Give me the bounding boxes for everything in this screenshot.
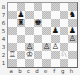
white-pawn: ♙ (26, 43, 33, 51)
square-b8[interactable] (17, 3, 26, 11)
white-pawn: ♙ (52, 43, 59, 51)
square-f7[interactable] (51, 11, 60, 19)
square-c5[interactable] (25, 27, 34, 35)
rank-label-4: 4 (0, 35, 7, 43)
square-h7[interactable]: ♞ (68, 11, 77, 19)
white-pawn: ♙ (43, 43, 50, 51)
file-label-b: b (16, 68, 25, 75)
black-knight: ♞ (69, 11, 76, 19)
square-b3[interactable] (17, 43, 26, 51)
square-f4[interactable] (51, 35, 60, 43)
square-c4[interactable] (25, 35, 34, 43)
square-a7[interactable] (8, 11, 17, 19)
rank-label-7: 7 (0, 11, 7, 19)
white-pawn: ♙ (69, 35, 76, 43)
square-g6[interactable] (60, 19, 69, 27)
square-d3[interactable] (34, 43, 43, 51)
square-c6[interactable] (25, 19, 34, 27)
square-f1[interactable] (51, 59, 60, 67)
square-b1[interactable] (17, 59, 26, 67)
rank-label-3: 3 (0, 43, 7, 51)
square-b7[interactable]: ♟ (17, 11, 26, 19)
square-c3[interactable]: ♙ (25, 43, 34, 51)
square-e5[interactable] (42, 27, 51, 35)
white-knight: ♘ (60, 51, 67, 59)
square-d1[interactable] (34, 59, 43, 67)
square-f8[interactable] (51, 3, 60, 11)
file-label-h: h (67, 68, 76, 75)
square-c2[interactable]: ♔ (25, 51, 34, 59)
square-g2[interactable]: ♘ (60, 51, 69, 59)
square-d4[interactable] (34, 35, 43, 43)
square-b6[interactable]: ♜ (17, 19, 26, 27)
file-labels: abcdefgh (7, 68, 77, 75)
square-d2[interactable] (34, 51, 43, 59)
square-f5[interactable]: ♟ (51, 27, 60, 35)
square-a6[interactable] (8, 19, 17, 27)
square-f6[interactable] (51, 19, 60, 27)
square-h6[interactable] (68, 19, 77, 27)
square-g7[interactable] (60, 11, 69, 19)
square-c8[interactable] (25, 3, 34, 11)
square-a1[interactable] (8, 59, 17, 67)
chess-diagram: 87654321 ♟♞♜♚♟♟♙♙♙♙♖♔♘ abcdefgh (0, 0, 80, 75)
square-a4[interactable] (8, 35, 17, 43)
square-e2[interactable] (42, 51, 51, 59)
square-e6[interactable] (42, 19, 51, 27)
chess-board: ♟♞♜♚♟♟♙♙♙♙♖♔♘ (7, 2, 78, 68)
square-g8[interactable] (60, 3, 69, 11)
white-rook: ♖ (9, 51, 16, 59)
square-h8[interactable] (68, 3, 77, 11)
square-g3[interactable] (60, 43, 69, 51)
square-a3[interactable] (8, 43, 17, 51)
rank-label-1: 1 (0, 59, 7, 67)
file-label-c: c (24, 68, 33, 75)
square-f2[interactable] (51, 51, 60, 59)
file-label-d: d (33, 68, 42, 75)
square-h2[interactable] (68, 51, 77, 59)
square-b2[interactable] (17, 51, 26, 59)
square-g5[interactable] (60, 27, 69, 35)
square-h1[interactable] (68, 59, 77, 67)
square-e3[interactable]: ♙ (42, 43, 51, 51)
rank-label-2: 2 (0, 51, 7, 59)
square-c7[interactable] (25, 11, 34, 19)
square-d8[interactable] (34, 3, 43, 11)
rank-label-5: 5 (0, 27, 7, 35)
square-a2[interactable]: ♖ (8, 51, 17, 59)
black-king: ♚ (34, 19, 41, 27)
square-e8[interactable] (42, 3, 51, 11)
square-h3[interactable] (68, 43, 77, 51)
black-pawn: ♟ (69, 27, 76, 35)
black-pawn: ♟ (52, 27, 59, 35)
file-label-a: a (7, 68, 16, 75)
file-label-f: f (50, 68, 59, 75)
rank-label-8: 8 (0, 3, 7, 11)
rank-label-6: 6 (0, 19, 7, 27)
square-e4[interactable] (42, 35, 51, 43)
square-g4[interactable] (60, 35, 69, 43)
square-d7[interactable] (34, 11, 43, 19)
rank-labels: 87654321 (0, 3, 7, 67)
black-rook: ♜ (17, 19, 24, 27)
square-e1[interactable] (42, 59, 51, 67)
square-h5[interactable]: ♟ (68, 27, 77, 35)
white-king: ♔ (26, 51, 33, 59)
square-g1[interactable] (60, 59, 69, 67)
square-b5[interactable] (17, 27, 26, 35)
square-d5[interactable] (34, 27, 43, 35)
square-a8[interactable] (8, 3, 17, 11)
file-label-e: e (41, 68, 50, 75)
square-a5[interactable] (8, 27, 17, 35)
square-d6[interactable]: ♚ (34, 19, 43, 27)
square-b4[interactable] (17, 35, 26, 43)
square-c1[interactable] (25, 59, 34, 67)
square-h4[interactable]: ♙ (68, 35, 77, 43)
square-e7[interactable] (42, 11, 51, 19)
black-pawn: ♟ (17, 11, 24, 19)
square-f3[interactable]: ♙ (51, 43, 60, 51)
file-label-g: g (59, 68, 68, 75)
